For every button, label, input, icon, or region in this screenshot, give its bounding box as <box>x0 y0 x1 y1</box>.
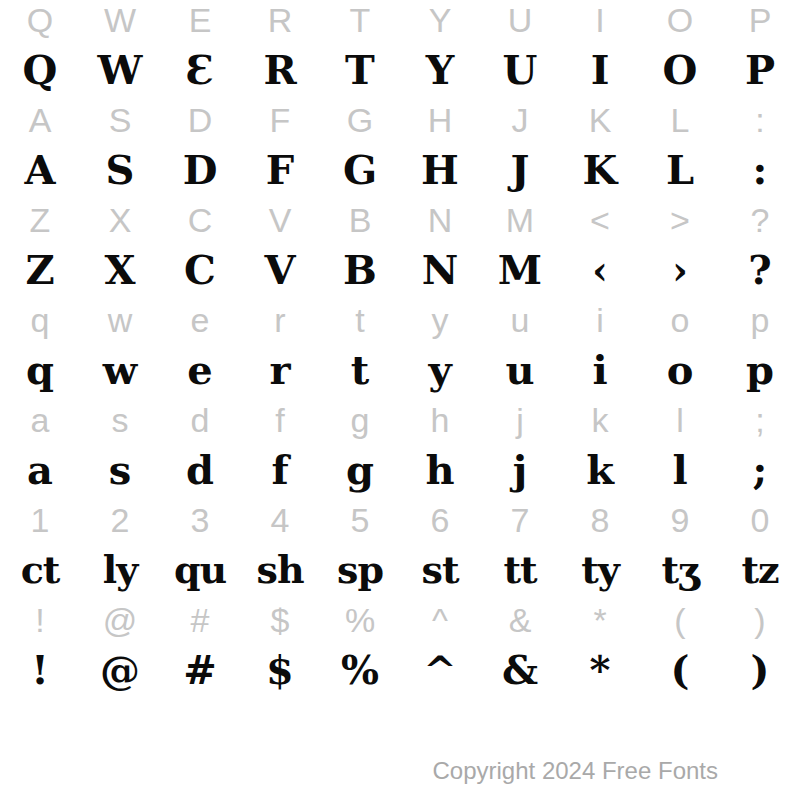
char-cell: 1 <box>31 503 50 537</box>
char-cell: @ <box>100 650 140 690</box>
char-cell: A <box>29 103 52 137</box>
char-cell: sh <box>256 551 303 589</box>
char-cell: Y <box>426 50 455 90</box>
char-cell: ^ <box>432 603 448 637</box>
char-cell: u <box>511 303 530 337</box>
char-cell: # <box>183 650 217 690</box>
char-cell: # <box>191 603 210 637</box>
char-cell: i <box>596 303 604 337</box>
char-cell: j <box>516 403 524 437</box>
char-cell: N <box>422 250 459 290</box>
char-cell: ? <box>751 203 770 237</box>
char-cell: a <box>27 450 53 490</box>
char-cell: e <box>187 350 212 390</box>
char-cell: 9 <box>671 503 690 537</box>
char-cell: F <box>270 103 291 137</box>
specimen-row-symbols: !@#$%^&*() <box>0 640 800 700</box>
reference-row-uppercase-3: ZXCVBNM<>? <box>0 200 800 240</box>
char-cell: D <box>188 103 213 137</box>
char-cell: S <box>106 150 135 190</box>
char-cell: e <box>191 303 210 337</box>
char-cell: T <box>345 50 375 90</box>
char-cell: X <box>109 203 132 237</box>
char-cell: w <box>103 350 137 390</box>
char-cell: k <box>586 450 614 490</box>
char-cell: ^ <box>423 650 457 690</box>
char-cell: ! <box>35 603 44 637</box>
char-cell: d <box>186 450 214 490</box>
char-cell: Y <box>429 3 452 37</box>
char-cell: O <box>663 50 698 90</box>
char-cell: qu <box>174 551 226 589</box>
reference-row-lowercase-2: asdfghjkl; <box>0 400 800 440</box>
char-cell: H <box>421 150 459 190</box>
char-cell: < <box>590 203 610 237</box>
char-cell: 4 <box>271 503 290 537</box>
char-cell: : <box>755 103 764 137</box>
char-cell: ! <box>31 650 49 690</box>
char-cell: t <box>351 350 369 390</box>
char-cell: @ <box>103 603 138 637</box>
char-cell: T <box>350 3 371 37</box>
char-cell: o <box>671 303 690 337</box>
char-cell: X <box>104 250 135 290</box>
char-cell: 6 <box>431 503 450 537</box>
char-cell: E <box>189 3 212 37</box>
char-cell: ) <box>754 603 765 637</box>
char-cell: tz <box>741 551 778 589</box>
char-cell: % <box>345 603 375 637</box>
char-cell: g <box>346 450 374 490</box>
specimen-row-uppercase-1: QWƐRTYUIOP <box>0 40 800 100</box>
char-cell: K <box>589 103 612 137</box>
char-cell: › <box>672 250 688 290</box>
specimen-row-uppercase-2: ASDFGHJKL: <box>0 140 800 200</box>
char-cell: p <box>746 350 774 390</box>
char-cell: R <box>263 50 296 90</box>
char-cell: M <box>498 250 542 290</box>
char-cell: Z <box>25 250 54 290</box>
char-cell: s <box>112 403 129 437</box>
char-cell: V <box>264 250 295 290</box>
char-cell: tʒ <box>661 551 698 589</box>
char-cell: H <box>428 103 453 137</box>
char-cell: r <box>274 303 285 337</box>
char-cell: B <box>343 250 377 290</box>
char-cell: 0 <box>751 503 770 537</box>
char-cell: I <box>591 50 610 90</box>
char-cell: k <box>592 403 609 437</box>
char-cell: g <box>351 403 370 437</box>
char-cell: $ <box>266 650 294 690</box>
char-cell: 2 <box>111 503 130 537</box>
char-cell: I <box>595 3 604 37</box>
char-cell: N <box>428 203 453 237</box>
char-cell: p <box>751 303 770 337</box>
char-cell: V <box>269 203 292 237</box>
char-cell: ; <box>755 403 764 437</box>
char-cell: * <box>590 650 611 690</box>
char-cell: P <box>749 3 772 37</box>
char-cell: l <box>676 403 684 437</box>
char-cell: O <box>667 3 693 37</box>
char-cell: A <box>24 150 55 190</box>
reference-row-uppercase-1: QWERTYUIOP <box>0 0 800 40</box>
char-cell: ; <box>753 450 768 490</box>
char-cell: : <box>753 150 768 190</box>
reference-row-uppercase-2: ASDFGHJKL: <box>0 100 800 140</box>
char-cell: f <box>271 450 288 490</box>
char-cell: Z <box>30 203 51 237</box>
copyright-text: Copyright 2024 Free Fonts <box>433 757 718 785</box>
char-cell: C <box>188 203 213 237</box>
char-cell: Q <box>27 3 53 37</box>
char-cell: t <box>355 303 364 337</box>
char-cell: u <box>505 350 534 390</box>
char-cell: S <box>109 103 132 137</box>
char-cell: R <box>268 3 293 37</box>
char-cell: M <box>506 203 534 237</box>
char-cell: W <box>104 3 136 37</box>
char-cell: 5 <box>351 503 370 537</box>
char-cell: 7 <box>511 503 530 537</box>
char-cell: o <box>667 350 694 390</box>
char-cell: K <box>583 150 618 190</box>
char-cell: d <box>191 403 210 437</box>
char-cell: Q <box>23 50 58 90</box>
char-cell: ‹ <box>592 250 608 290</box>
char-cell: ) <box>751 650 770 690</box>
char-cell: ct <box>21 551 60 589</box>
char-cell: y <box>432 303 449 337</box>
char-cell: l <box>672 450 687 490</box>
reference-row-lowercase-1: qwertyuiop <box>0 300 800 340</box>
char-cell: W <box>98 50 143 90</box>
char-cell: ( <box>671 650 690 690</box>
char-cell: J <box>512 103 529 137</box>
char-cell: j <box>513 450 527 490</box>
char-cell: > <box>670 203 690 237</box>
char-cell: h <box>431 403 450 437</box>
char-cell: F <box>266 150 294 190</box>
char-cell: tt <box>503 551 536 589</box>
char-cell: f <box>275 403 284 437</box>
char-cell: % <box>341 650 379 690</box>
char-cell: D <box>183 150 218 190</box>
char-cell: q <box>31 303 50 337</box>
char-cell: P <box>745 50 775 90</box>
specimen-row-uppercase-3: ZXCVBNM‹›? <box>0 240 800 300</box>
reference-row-symbols: !@#$%^&*() <box>0 600 800 640</box>
char-cell: U <box>508 3 533 37</box>
char-cell: L <box>671 103 690 137</box>
char-cell: & <box>502 650 538 690</box>
char-cell: q <box>26 350 54 390</box>
char-cell: L <box>666 150 694 190</box>
char-cell: J <box>511 150 530 190</box>
char-cell: U <box>503 50 538 90</box>
character-map-grid: QWERTYUIOP QWƐRTYUIOP ASDFGHJKL: ASDFGHJ… <box>0 0 800 700</box>
char-cell: B <box>349 203 372 237</box>
char-cell: ly <box>103 551 138 589</box>
char-cell: G <box>343 150 377 190</box>
char-cell: * <box>593 603 606 637</box>
char-cell: r <box>269 350 290 390</box>
char-cell: Ɛ <box>186 50 215 90</box>
char-cell: st <box>422 551 459 589</box>
specimen-row-ligatures: ctlyqushspsttttytʒtz <box>0 540 800 600</box>
char-cell: i <box>592 350 607 390</box>
char-cell: sp <box>337 551 383 589</box>
char-cell: G <box>347 103 373 137</box>
char-cell: a <box>31 403 50 437</box>
char-cell: s <box>109 450 132 490</box>
char-cell: C <box>184 250 216 290</box>
char-cell: ty <box>581 551 619 589</box>
char-cell: 3 <box>191 503 210 537</box>
reference-row-digits: 1234567890 <box>0 500 800 540</box>
char-cell: ? <box>748 250 771 290</box>
specimen-row-lowercase-1: qwertyuiop <box>0 340 800 400</box>
char-cell: ( <box>674 603 685 637</box>
char-cell: 8 <box>591 503 610 537</box>
char-cell: & <box>509 603 532 637</box>
char-cell: y <box>428 350 451 390</box>
char-cell: $ <box>271 603 290 637</box>
char-cell: h <box>425 450 454 490</box>
specimen-row-lowercase-2: asdfghjkl; <box>0 440 800 500</box>
char-cell: w <box>108 303 133 337</box>
